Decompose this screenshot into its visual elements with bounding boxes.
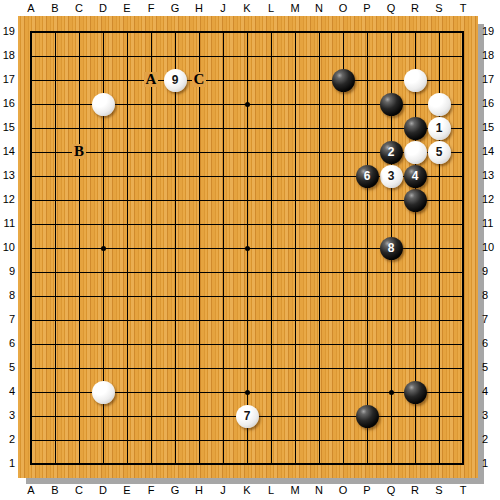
coord-label-right-7: 7 <box>482 313 500 326</box>
coord-label-right-1: 1 <box>482 457 500 470</box>
grid-line <box>319 32 320 465</box>
grid-line <box>31 344 464 345</box>
black-stone-Q16[interactable] <box>380 93 403 116</box>
star-point <box>389 390 394 395</box>
coord-label-right-5: 5 <box>482 361 500 374</box>
coord-label-bottom-J: J <box>214 484 232 497</box>
coord-label-bottom-O: O <box>334 484 352 497</box>
coord-label-top-O: O <box>334 2 352 15</box>
coord-label-top-K: K <box>238 2 256 15</box>
grid-line <box>31 272 464 273</box>
white-stone-S15-move-1[interactable]: 1 <box>428 117 451 140</box>
grid-line <box>271 32 272 465</box>
coord-label-bottom-N: N <box>310 484 328 497</box>
coord-label-right-11: 11 <box>482 217 500 230</box>
coord-label-left-17: 17 <box>0 73 15 86</box>
coord-label-bottom-R: R <box>406 484 424 497</box>
coord-label-bottom-S: S <box>430 484 448 497</box>
coord-label-top-E: E <box>118 2 136 15</box>
coord-label-right-19: 19 <box>482 25 500 38</box>
coord-label-right-12: 12 <box>482 193 500 206</box>
coord-label-top-P: P <box>358 2 376 15</box>
coord-label-left-16: 16 <box>0 97 15 110</box>
coord-label-bottom-L: L <box>262 484 280 497</box>
coord-label-top-R: R <box>406 2 424 15</box>
coord-label-bottom-M: M <box>286 484 304 497</box>
coord-label-top-A: A <box>22 2 40 15</box>
coord-label-left-15: 15 <box>0 121 15 134</box>
coord-label-top-D: D <box>94 2 112 15</box>
grid-line <box>31 440 464 441</box>
coord-label-right-8: 8 <box>482 289 500 302</box>
black-stone-P13-move-6[interactable]: 6 <box>356 165 379 188</box>
coord-label-right-13: 13 <box>482 169 500 182</box>
coord-label-left-19: 19 <box>0 25 15 38</box>
coord-label-bottom-F: F <box>142 484 160 497</box>
coord-label-right-3: 3 <box>482 409 500 422</box>
white-stone-S16[interactable] <box>428 93 451 116</box>
go-board[interactable]: 123456789ABC <box>18 16 478 478</box>
coord-label-left-9: 9 <box>0 265 15 278</box>
white-stone-D16[interactable] <box>92 93 115 116</box>
board-letter-C: C <box>192 72 206 87</box>
coord-label-bottom-P: P <box>358 484 376 497</box>
coord-label-right-10: 10 <box>482 241 500 254</box>
coord-label-right-6: 6 <box>482 337 500 350</box>
coord-label-left-18: 18 <box>0 49 15 62</box>
black-stone-Q14-move-2[interactable]: 2 <box>380 141 403 164</box>
grid-line <box>295 32 296 465</box>
coord-label-left-6: 6 <box>0 337 15 350</box>
coord-label-left-12: 12 <box>0 193 15 206</box>
white-stone-R14[interactable] <box>404 141 427 164</box>
black-stone-P3[interactable] <box>356 405 379 428</box>
coord-label-left-2: 2 <box>0 433 15 446</box>
star-point <box>245 102 250 107</box>
coord-label-bottom-H: H <box>190 484 208 497</box>
grid-line <box>367 32 368 465</box>
coord-label-top-B: B <box>46 2 64 15</box>
coord-label-top-J: J <box>214 2 232 15</box>
white-stone-Q13-move-3[interactable]: 3 <box>380 165 403 188</box>
coord-label-top-S: S <box>430 2 448 15</box>
coord-label-top-M: M <box>286 2 304 15</box>
black-stone-Q10-move-8[interactable]: 8 <box>380 237 403 260</box>
coord-label-top-N: N <box>310 2 328 15</box>
star-point <box>101 246 106 251</box>
coord-label-left-4: 4 <box>0 385 15 398</box>
coord-label-left-10: 10 <box>0 241 15 254</box>
grid-line <box>31 320 464 321</box>
coord-label-right-2: 2 <box>482 433 500 446</box>
coord-label-bottom-E: E <box>118 484 136 497</box>
coord-label-bottom-Q: Q <box>382 484 400 497</box>
coord-label-right-17: 17 <box>482 73 500 86</box>
coord-label-left-13: 13 <box>0 169 15 182</box>
coord-label-bottom-D: D <box>94 484 112 497</box>
coord-label-right-4: 4 <box>482 385 500 398</box>
coord-label-left-14: 14 <box>0 145 15 158</box>
coord-label-top-Q: Q <box>382 2 400 15</box>
black-stone-R12[interactable] <box>404 189 427 212</box>
coord-label-bottom-B: B <box>46 484 64 497</box>
coord-label-bottom-C: C <box>70 484 88 497</box>
coord-label-top-T: T <box>454 2 472 15</box>
black-stone-R15[interactable] <box>404 117 427 140</box>
board-letter-B: B <box>72 144 86 159</box>
white-stone-D4[interactable] <box>92 381 115 404</box>
coord-label-top-G: G <box>166 2 184 15</box>
coord-label-left-5: 5 <box>0 361 15 374</box>
coord-label-bottom-T: T <box>454 484 472 497</box>
white-stone-S14-move-5[interactable]: 5 <box>428 141 451 164</box>
coord-label-top-L: L <box>262 2 280 15</box>
star-point <box>245 246 250 251</box>
coord-label-left-1: 1 <box>0 457 15 470</box>
coord-label-left-11: 11 <box>0 217 15 230</box>
coord-label-bottom-G: G <box>166 484 184 497</box>
black-stone-O17[interactable] <box>332 69 355 92</box>
coord-label-right-15: 15 <box>482 121 500 134</box>
coord-label-bottom-K: K <box>238 484 256 497</box>
coord-label-left-3: 3 <box>0 409 15 422</box>
coord-label-top-H: H <box>190 2 208 15</box>
coord-label-bottom-A: A <box>22 484 40 497</box>
white-stone-G17-move-9[interactable]: 9 <box>164 69 187 92</box>
black-stone-R4[interactable] <box>404 381 427 404</box>
go-diagram-page: 123456789ABC AABBCCDDEEFFGGHHJJKKLLMMNNO… <box>0 0 500 500</box>
black-stone-R13-move-4[interactable]: 4 <box>404 165 427 188</box>
coord-label-right-14: 14 <box>482 145 500 158</box>
coord-label-right-16: 16 <box>482 97 500 110</box>
coord-label-top-C: C <box>70 2 88 15</box>
coord-label-top-F: F <box>142 2 160 15</box>
coord-label-left-7: 7 <box>0 313 15 326</box>
white-stone-R17[interactable] <box>404 69 427 92</box>
coord-label-right-18: 18 <box>482 49 500 62</box>
grid-line <box>343 32 344 465</box>
grid-line <box>31 296 464 297</box>
white-stone-K3-move-7[interactable]: 7 <box>236 405 259 428</box>
board-letter-A: A <box>144 72 158 87</box>
coord-label-left-8: 8 <box>0 289 15 302</box>
grid-line <box>31 368 464 369</box>
coord-label-right-9: 9 <box>482 265 500 278</box>
star-point <box>245 390 250 395</box>
